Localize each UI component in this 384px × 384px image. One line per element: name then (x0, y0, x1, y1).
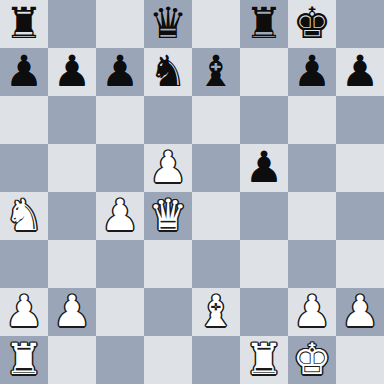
square-e6[interactable] (192, 96, 240, 144)
square-b8[interactable] (48, 0, 96, 48)
square-f1[interactable]: ♜ (240, 336, 288, 384)
square-d2[interactable] (144, 288, 192, 336)
square-c2[interactable] (96, 288, 144, 336)
black-pawn[interactable]: ♟ (293, 48, 332, 95)
square-b7[interactable]: ♟ (48, 48, 96, 96)
square-h5[interactable] (336, 144, 384, 192)
square-d1[interactable] (144, 336, 192, 384)
black-rook[interactable]: ♜ (245, 0, 284, 47)
square-e7[interactable]: ♝ (192, 48, 240, 96)
square-c6[interactable] (96, 96, 144, 144)
square-d7[interactable]: ♞ (144, 48, 192, 96)
square-c1[interactable] (96, 336, 144, 384)
white-knight[interactable]: ♞ (5, 192, 44, 239)
white-king[interactable]: ♚ (293, 336, 332, 383)
square-c5[interactable] (96, 144, 144, 192)
black-queen[interactable]: ♛ (149, 0, 188, 47)
white-pawn[interactable]: ♟ (149, 144, 188, 191)
square-d6[interactable] (144, 96, 192, 144)
black-king[interactable]: ♚ (293, 0, 332, 47)
square-c7[interactable]: ♟ (96, 48, 144, 96)
square-g8[interactable]: ♚ (288, 0, 336, 48)
square-c4[interactable]: ♟ (96, 192, 144, 240)
white-rook[interactable]: ♜ (5, 336, 44, 383)
square-d4[interactable]: ♛ (144, 192, 192, 240)
square-c3[interactable] (96, 240, 144, 288)
square-g1[interactable]: ♚ (288, 336, 336, 384)
square-f7[interactable] (240, 48, 288, 96)
square-e1[interactable] (192, 336, 240, 384)
square-a4[interactable]: ♞ (0, 192, 48, 240)
black-pawn[interactable]: ♟ (245, 144, 284, 191)
square-h6[interactable] (336, 96, 384, 144)
square-f5[interactable]: ♟ (240, 144, 288, 192)
square-f3[interactable] (240, 240, 288, 288)
square-b3[interactable] (48, 240, 96, 288)
square-g4[interactable] (288, 192, 336, 240)
black-pawn[interactable]: ♟ (53, 48, 92, 95)
square-a6[interactable] (0, 96, 48, 144)
chess-board: ♜♛♜♚♟♟♟♞♝♟♟♟♟♞♟♛♟♟♝♟♟♜♜♚ (0, 0, 384, 384)
square-b6[interactable] (48, 96, 96, 144)
square-e5[interactable] (192, 144, 240, 192)
black-pawn[interactable]: ♟ (101, 48, 140, 95)
white-pawn[interactable]: ♟ (101, 192, 140, 239)
square-a1[interactable]: ♜ (0, 336, 48, 384)
square-e2[interactable]: ♝ (192, 288, 240, 336)
square-d3[interactable] (144, 240, 192, 288)
black-rook[interactable]: ♜ (5, 0, 44, 47)
square-d8[interactable]: ♛ (144, 0, 192, 48)
black-pawn[interactable]: ♟ (341, 48, 380, 95)
square-a2[interactable]: ♟ (0, 288, 48, 336)
white-pawn[interactable]: ♟ (53, 288, 92, 335)
square-b5[interactable] (48, 144, 96, 192)
black-knight[interactable]: ♞ (149, 48, 188, 95)
black-pawn[interactable]: ♟ (5, 48, 44, 95)
square-e4[interactable] (192, 192, 240, 240)
white-pawn[interactable]: ♟ (341, 288, 380, 335)
square-b2[interactable]: ♟ (48, 288, 96, 336)
square-f4[interactable] (240, 192, 288, 240)
black-bishop[interactable]: ♝ (197, 48, 236, 95)
white-pawn[interactable]: ♟ (293, 288, 332, 335)
square-a8[interactable]: ♜ (0, 0, 48, 48)
square-g2[interactable]: ♟ (288, 288, 336, 336)
square-d5[interactable]: ♟ (144, 144, 192, 192)
square-e8[interactable] (192, 0, 240, 48)
square-e3[interactable] (192, 240, 240, 288)
white-bishop[interactable]: ♝ (197, 288, 236, 335)
square-a3[interactable] (0, 240, 48, 288)
square-h2[interactable]: ♟ (336, 288, 384, 336)
square-g6[interactable] (288, 96, 336, 144)
square-h1[interactable] (336, 336, 384, 384)
square-h4[interactable] (336, 192, 384, 240)
square-b4[interactable] (48, 192, 96, 240)
square-a7[interactable]: ♟ (0, 48, 48, 96)
square-f8[interactable]: ♜ (240, 0, 288, 48)
square-g7[interactable]: ♟ (288, 48, 336, 96)
square-b1[interactable] (48, 336, 96, 384)
square-g5[interactable] (288, 144, 336, 192)
square-h3[interactable] (336, 240, 384, 288)
white-pawn[interactable]: ♟ (5, 288, 44, 335)
square-c8[interactable] (96, 0, 144, 48)
square-h7[interactable]: ♟ (336, 48, 384, 96)
square-f2[interactable] (240, 288, 288, 336)
square-g3[interactable] (288, 240, 336, 288)
square-f6[interactable] (240, 96, 288, 144)
white-queen[interactable]: ♛ (149, 192, 188, 239)
white-rook[interactable]: ♜ (245, 336, 284, 383)
square-a5[interactable] (0, 144, 48, 192)
square-h8[interactable] (336, 0, 384, 48)
